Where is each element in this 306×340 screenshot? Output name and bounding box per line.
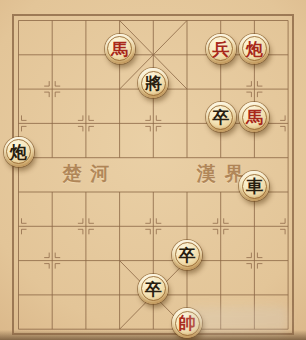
piece-black-soldier[interactable]: 卒	[206, 102, 236, 132]
piece-glyph: 兵	[206, 34, 236, 64]
piece-glyph: 將	[138, 68, 168, 98]
piece-black-soldier[interactable]: 卒	[138, 274, 168, 304]
piece-glyph: 馬	[239, 102, 269, 132]
piece-black-general[interactable]: 將	[138, 68, 168, 98]
piece-black-soldier[interactable]: 卒	[172, 240, 202, 270]
piece-red-horse[interactable]: 馬	[105, 34, 135, 64]
piece-black-chariot[interactable]: 車	[239, 171, 269, 201]
piece-glyph: 炮	[4, 137, 34, 167]
piece-glyph: 卒	[172, 240, 202, 270]
river-label-chu-he: 楚河	[46, 161, 126, 185]
piece-glyph: 卒	[138, 274, 168, 304]
piece-red-cannon[interactable]: 炮	[239, 34, 269, 64]
piece-black-cannon[interactable]: 炮	[4, 137, 34, 167]
piece-glyph: 卒	[206, 102, 236, 132]
piece-glyph: 車	[239, 171, 269, 201]
piece-red-horse[interactable]: 馬	[239, 102, 269, 132]
piece-glyph: 炮	[239, 34, 269, 64]
watermark-smudge	[188, 306, 288, 334]
piece-red-soldier[interactable]: 兵	[206, 34, 236, 64]
xiangqi-board: 楚河 漢界 馬兵炮將卒馬炮車卒卒帥	[0, 0, 306, 340]
piece-glyph: 馬	[105, 34, 135, 64]
